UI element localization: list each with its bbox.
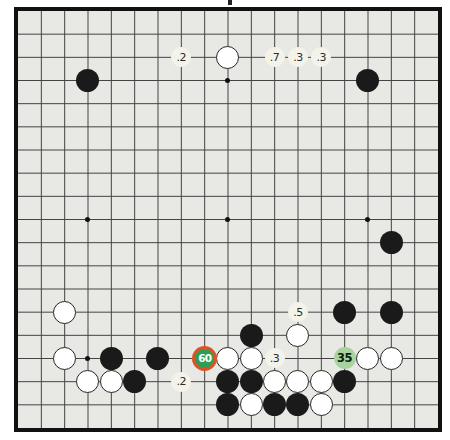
policy-label: .3 <box>265 348 285 368</box>
policy-label: .3 <box>311 47 331 67</box>
black-stone <box>286 393 309 416</box>
white-stone <box>100 370 123 393</box>
black-stone <box>240 370 263 393</box>
black-stone <box>356 69 379 92</box>
white-stone <box>263 370 286 393</box>
white-stone <box>76 370 99 393</box>
black-stone <box>100 347 123 370</box>
white-stone <box>286 370 309 393</box>
black-stone <box>216 393 239 416</box>
white-stone <box>216 347 239 370</box>
white-stone <box>286 324 309 347</box>
go-board: .2.7.3.3.5.3.26035 <box>14 7 442 432</box>
black-stone <box>380 301 403 324</box>
white-stone <box>310 393 333 416</box>
white-stone <box>380 347 403 370</box>
white-stone <box>240 347 263 370</box>
white-stone <box>53 301 76 324</box>
move-60-marker: 60 <box>192 346 217 371</box>
black-stone <box>333 370 356 393</box>
black-stone <box>146 347 169 370</box>
star-point <box>225 217 230 222</box>
black-stone <box>123 370 146 393</box>
black-stone <box>216 370 239 393</box>
star-point <box>85 217 90 222</box>
star-point <box>225 78 230 83</box>
policy-label: .3 <box>288 47 308 67</box>
star-point <box>85 356 90 361</box>
white-stone <box>310 370 333 393</box>
white-stone <box>53 347 76 370</box>
suggestion-35-marker: 35 <box>334 347 356 369</box>
policy-label: .5 <box>288 302 308 322</box>
white-stone <box>240 393 263 416</box>
black-stone <box>380 231 403 254</box>
policy-label: .2 <box>171 47 191 67</box>
white-stone <box>356 347 379 370</box>
policy-label: .2 <box>171 372 191 392</box>
star-point <box>365 217 370 222</box>
policy-label: .7 <box>265 47 285 67</box>
white-stone <box>216 46 239 69</box>
board-grid: .2.7.3.3.5.3.26035 <box>6 0 449 440</box>
black-stone <box>263 393 286 416</box>
black-stone <box>76 69 99 92</box>
black-stone <box>240 324 263 347</box>
black-stone <box>333 301 356 324</box>
